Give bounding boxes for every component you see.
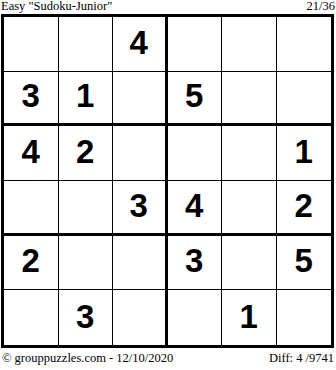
- cell-r4c4[interactable]: 4: [168, 181, 223, 236]
- cell-r1c5[interactable]: [222, 17, 277, 72]
- copyright-text: © grouppuzzles.com - 12/10/2020: [2, 351, 173, 365]
- cell-r6c6[interactable]: [277, 290, 332, 345]
- cell-r1c3[interactable]: 4: [113, 17, 168, 72]
- cell-r5c3[interactable]: [113, 236, 168, 291]
- puzzle-title: Easy "Sudoku-Junior": [1, 0, 112, 13]
- cell-r6c2[interactable]: 3: [59, 290, 114, 345]
- cell-r6c3[interactable]: [113, 290, 168, 345]
- cell-r3c3[interactable]: [113, 126, 168, 181]
- cell-r6c5[interactable]: 1: [222, 290, 277, 345]
- cell-r4c1[interactable]: [4, 181, 59, 236]
- cell-r3c2[interactable]: 2: [59, 126, 114, 181]
- sudoku-board: 431542134223531: [1, 14, 334, 348]
- cell-r5c1[interactable]: 2: [4, 236, 59, 291]
- cell-r3c5[interactable]: [222, 126, 277, 181]
- puzzle-counter: 21/36: [307, 0, 335, 13]
- cell-r3c6[interactable]: 1: [277, 126, 332, 181]
- page-header: Easy "Sudoku-Junior" 21/36: [1, 0, 335, 14]
- cell-r5c2[interactable]: [59, 236, 114, 291]
- cell-r3c4[interactable]: [168, 126, 223, 181]
- cell-r2c6[interactable]: [277, 72, 332, 127]
- difficulty-text: Diff: 4 /9741: [269, 351, 334, 365]
- cell-r4c6[interactable]: 2: [277, 181, 332, 236]
- cell-r5c6[interactable]: 5: [277, 236, 332, 291]
- cell-r1c2[interactable]: [59, 17, 114, 72]
- cell-r4c3[interactable]: 3: [113, 181, 168, 236]
- cell-r6c4[interactable]: [168, 290, 223, 345]
- cell-r2c5[interactable]: [222, 72, 277, 127]
- cell-r4c2[interactable]: [59, 181, 114, 236]
- cell-r2c2[interactable]: 1: [59, 72, 114, 127]
- page-footer: © grouppuzzles.com - 12/10/2020 Diff: 4 …: [2, 351, 334, 365]
- cell-r6c1[interactable]: [4, 290, 59, 345]
- cell-r4c5[interactable]: [222, 181, 277, 236]
- cell-r1c1[interactable]: [4, 17, 59, 72]
- cell-r2c4[interactable]: 5: [168, 72, 223, 127]
- cell-r2c1[interactable]: 3: [4, 72, 59, 127]
- cell-r3c1[interactable]: 4: [4, 126, 59, 181]
- cell-r5c5[interactable]: [222, 236, 277, 291]
- cell-r1c4[interactable]: [168, 17, 223, 72]
- cell-r5c4[interactable]: 3: [168, 236, 223, 291]
- cell-r2c3[interactable]: [113, 72, 168, 127]
- cell-r1c6[interactable]: [277, 17, 332, 72]
